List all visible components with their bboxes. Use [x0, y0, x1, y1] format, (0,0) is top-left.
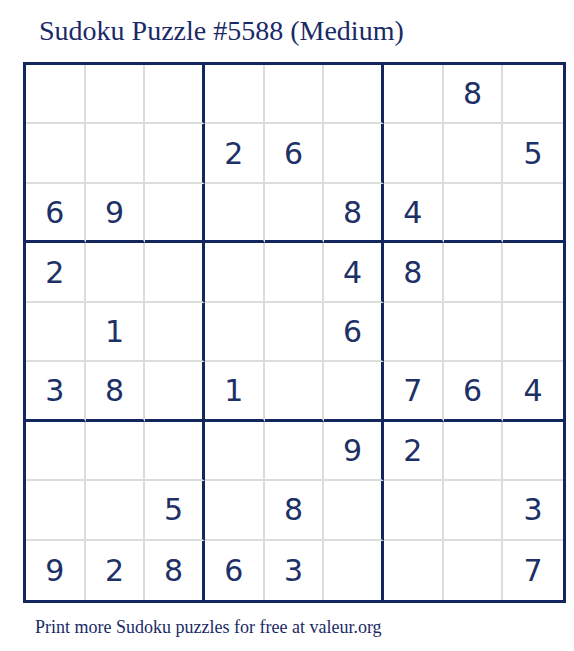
- sudoku-page: Sudoku Puzzle #5588 (Medium) 82656984248…: [0, 0, 574, 651]
- cell-r5c5[interactable]: [265, 303, 325, 362]
- cell-r5c4[interactable]: [205, 303, 265, 362]
- cell-r8c6[interactable]: [324, 481, 384, 540]
- cell-r4c3[interactable]: [145, 243, 205, 302]
- given-r7c7[interactable]: 2: [384, 422, 444, 481]
- cell-r2c6[interactable]: [324, 124, 384, 183]
- given-r9c3[interactable]: 8: [145, 541, 205, 600]
- cell-r4c5[interactable]: [265, 243, 325, 302]
- given-r3c2[interactable]: 9: [86, 184, 146, 243]
- given-r6c7[interactable]: 7: [384, 362, 444, 421]
- cell-r4c8[interactable]: [444, 243, 504, 302]
- cell-r3c5[interactable]: [265, 184, 325, 243]
- cell-r7c3[interactable]: [145, 422, 205, 481]
- cell-r7c1[interactable]: [26, 422, 86, 481]
- cell-r3c9[interactable]: [503, 184, 563, 243]
- cell-r5c3[interactable]: [145, 303, 205, 362]
- given-r5c6[interactable]: 6: [324, 303, 384, 362]
- given-r1c8[interactable]: 8: [444, 65, 504, 124]
- given-r2c4[interactable]: 2: [205, 124, 265, 183]
- cell-r3c8[interactable]: [444, 184, 504, 243]
- cell-r2c1[interactable]: [26, 124, 86, 183]
- given-r9c4[interactable]: 6: [205, 541, 265, 600]
- cell-r4c9[interactable]: [503, 243, 563, 302]
- cell-r6c5[interactable]: [265, 362, 325, 421]
- cell-r1c7[interactable]: [384, 65, 444, 124]
- cell-r9c6[interactable]: [324, 541, 384, 600]
- cell-r1c1[interactable]: [26, 65, 86, 124]
- given-r6c1[interactable]: 3: [26, 362, 86, 421]
- cell-r8c2[interactable]: [86, 481, 146, 540]
- given-r6c2[interactable]: 8: [86, 362, 146, 421]
- cell-r5c9[interactable]: [503, 303, 563, 362]
- cell-r8c8[interactable]: [444, 481, 504, 540]
- given-r2c9[interactable]: 5: [503, 124, 563, 183]
- given-r2c5[interactable]: 6: [265, 124, 325, 183]
- cell-r8c4[interactable]: [205, 481, 265, 540]
- cell-r1c3[interactable]: [145, 65, 205, 124]
- given-r5c2[interactable]: 1: [86, 303, 146, 362]
- cell-r7c5[interactable]: [265, 422, 325, 481]
- given-r6c4[interactable]: 1: [205, 362, 265, 421]
- given-r9c2[interactable]: 2: [86, 541, 146, 600]
- cell-r8c1[interactable]: [26, 481, 86, 540]
- cell-r2c8[interactable]: [444, 124, 504, 183]
- page-title: Sudoku Puzzle #5588 (Medium): [39, 14, 404, 48]
- given-r3c7[interactable]: 4: [384, 184, 444, 243]
- given-r8c3[interactable]: 5: [145, 481, 205, 540]
- cell-r5c7[interactable]: [384, 303, 444, 362]
- cell-r1c9[interactable]: [503, 65, 563, 124]
- given-r8c5[interactable]: 8: [265, 481, 325, 540]
- cell-r8c7[interactable]: [384, 481, 444, 540]
- cell-r2c2[interactable]: [86, 124, 146, 183]
- given-r6c9[interactable]: 4: [503, 362, 563, 421]
- cell-r7c9[interactable]: [503, 422, 563, 481]
- cell-r3c3[interactable]: [145, 184, 205, 243]
- given-r9c5[interactable]: 3: [265, 541, 325, 600]
- cell-r3c4[interactable]: [205, 184, 265, 243]
- given-r8c9[interactable]: 3: [503, 481, 563, 540]
- cell-r2c7[interactable]: [384, 124, 444, 183]
- given-r3c6[interactable]: 8: [324, 184, 384, 243]
- cell-r1c6[interactable]: [324, 65, 384, 124]
- given-r4c7[interactable]: 8: [384, 243, 444, 302]
- cell-r5c8[interactable]: [444, 303, 504, 362]
- cell-r5c1[interactable]: [26, 303, 86, 362]
- sudoku-board: 826569842481638176492583928637: [23, 62, 566, 603]
- given-r3c1[interactable]: 6: [26, 184, 86, 243]
- cell-r6c6[interactable]: [324, 362, 384, 421]
- cell-r9c8[interactable]: [444, 541, 504, 600]
- cell-r6c3[interactable]: [145, 362, 205, 421]
- cell-r1c4[interactable]: [205, 65, 265, 124]
- cell-r1c2[interactable]: [86, 65, 146, 124]
- cell-r4c4[interactable]: [205, 243, 265, 302]
- cell-r7c8[interactable]: [444, 422, 504, 481]
- cell-r9c7[interactable]: [384, 541, 444, 600]
- given-r4c1[interactable]: 2: [26, 243, 86, 302]
- given-r9c1[interactable]: 9: [26, 541, 86, 600]
- cell-r1c5[interactable]: [265, 65, 325, 124]
- cell-r4c2[interactable]: [86, 243, 146, 302]
- cell-r7c2[interactable]: [86, 422, 146, 481]
- given-r7c6[interactable]: 9: [324, 422, 384, 481]
- footer-credit: Print more Sudoku puzzles for free at va…: [35, 617, 382, 638]
- given-r4c6[interactable]: 4: [324, 243, 384, 302]
- cell-r2c3[interactable]: [145, 124, 205, 183]
- given-r6c8[interactable]: 6: [444, 362, 504, 421]
- cell-r7c4[interactable]: [205, 422, 265, 481]
- given-r9c9[interactable]: 7: [503, 541, 563, 600]
